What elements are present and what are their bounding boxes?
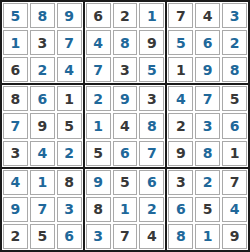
cell-r2c8[interactable]: 6 [195,30,220,55]
cell-r9c8[interactable]: 1 [195,224,220,249]
cell-r9c7[interactable]: 8 [168,224,193,249]
cell-r2c9[interactable]: 2 [222,30,247,55]
cell-r3c7[interactable]: 1 [168,57,193,82]
block-r1c1: 589137624 [1,1,84,84]
cell-r1c7[interactable]: 7 [168,3,193,28]
cell-r9c6[interactable]: 4 [139,224,164,249]
cell-r1c9[interactable]: 3 [222,3,247,28]
cell-r9c9[interactable]: 9 [222,224,247,249]
cell-r1c6[interactable]: 1 [139,3,164,28]
block-r1c3: 743562198 [166,1,249,84]
block-r2c1: 861795342 [1,84,84,167]
block-r3c2: 956812374 [84,168,167,251]
cell-r7c1[interactable]: 4 [3,170,28,195]
sudoku-board: 589137624 621489735 743562198 861795342 … [0,0,250,252]
cell-r9c4[interactable]: 3 [86,224,111,249]
cell-r6c3[interactable]: 2 [57,141,82,166]
cell-r7c7[interactable]: 3 [168,170,193,195]
cell-r5c1[interactable]: 7 [3,113,28,138]
cell-r8c2[interactable]: 7 [30,197,55,222]
cell-r7c8[interactable]: 2 [195,170,220,195]
cell-r8c8[interactable]: 5 [195,197,220,222]
cell-r2c6[interactable]: 9 [139,30,164,55]
cell-r9c3[interactable]: 6 [57,224,82,249]
cell-r8c5[interactable]: 1 [113,197,138,222]
cell-r7c3[interactable]: 8 [57,170,82,195]
block-r1c2: 621489735 [84,1,167,84]
cell-r5c7[interactable]: 2 [168,113,193,138]
cell-r1c3[interactable]: 9 [57,3,82,28]
cell-r6c2[interactable]: 4 [30,141,55,166]
cell-r4c6[interactable]: 3 [139,86,164,111]
cell-r2c5[interactable]: 8 [113,30,138,55]
cell-r1c8[interactable]: 4 [195,3,220,28]
cell-r6c4[interactable]: 5 [86,141,111,166]
cell-r3c5[interactable]: 3 [113,57,138,82]
cell-r8c9[interactable]: 4 [222,197,247,222]
cell-r3c2[interactable]: 2 [30,57,55,82]
cell-r5c6[interactable]: 8 [139,113,164,138]
cell-r4c5[interactable]: 9 [113,86,138,111]
cell-r5c5[interactable]: 4 [113,113,138,138]
cell-r4c1[interactable]: 8 [3,86,28,111]
cell-r3c9[interactable]: 8 [222,57,247,82]
block-r3c1: 418973256 [1,168,84,251]
cell-r3c6[interactable]: 5 [139,57,164,82]
cell-r7c5[interactable]: 5 [113,170,138,195]
cell-r5c2[interactable]: 9 [30,113,55,138]
cell-r7c9[interactable]: 7 [222,170,247,195]
cell-r1c5[interactable]: 2 [113,3,138,28]
cell-r6c5[interactable]: 6 [113,141,138,166]
cell-r1c4[interactable]: 6 [86,3,111,28]
cell-r1c1[interactable]: 5 [3,3,28,28]
cell-r4c3[interactable]: 1 [57,86,82,111]
cell-r7c6[interactable]: 6 [139,170,164,195]
cell-r3c4[interactable]: 7 [86,57,111,82]
cell-r5c9[interactable]: 6 [222,113,247,138]
block-r3c3: 327654819 [166,168,249,251]
cell-r3c1[interactable]: 6 [3,57,28,82]
cell-r1c2[interactable]: 8 [30,3,55,28]
cell-r4c7[interactable]: 4 [168,86,193,111]
cell-r2c3[interactable]: 7 [57,30,82,55]
cell-r6c1[interactable]: 3 [3,141,28,166]
cell-r9c5[interactable]: 7 [113,224,138,249]
cell-r8c6[interactable]: 2 [139,197,164,222]
block-r2c2: 293148567 [84,84,167,167]
cell-r6c9[interactable]: 1 [222,141,247,166]
cell-r3c3[interactable]: 4 [57,57,82,82]
cell-r4c9[interactable]: 5 [222,86,247,111]
cell-r6c6[interactable]: 7 [139,141,164,166]
cell-r4c4[interactable]: 2 [86,86,111,111]
cell-r5c8[interactable]: 3 [195,113,220,138]
cell-r9c2[interactable]: 5 [30,224,55,249]
cell-r9c1[interactable]: 2 [3,224,28,249]
cell-r6c7[interactable]: 9 [168,141,193,166]
cell-r2c2[interactable]: 3 [30,30,55,55]
cell-r4c8[interactable]: 7 [195,86,220,111]
cell-r5c4[interactable]: 1 [86,113,111,138]
cell-r2c4[interactable]: 4 [86,30,111,55]
cell-r2c1[interactable]: 1 [3,30,28,55]
cell-r6c8[interactable]: 8 [195,141,220,166]
cell-r2c7[interactable]: 5 [168,30,193,55]
cell-r8c3[interactable]: 3 [57,197,82,222]
cell-r3c8[interactable]: 9 [195,57,220,82]
cell-r7c2[interactable]: 1 [30,170,55,195]
block-r2c3: 475236981 [166,84,249,167]
cell-r8c4[interactable]: 8 [86,197,111,222]
cell-r4c2[interactable]: 6 [30,86,55,111]
cell-r7c4[interactable]: 9 [86,170,111,195]
cell-r8c7[interactable]: 6 [168,197,193,222]
cell-r5c3[interactable]: 5 [57,113,82,138]
cell-r8c1[interactable]: 9 [3,197,28,222]
